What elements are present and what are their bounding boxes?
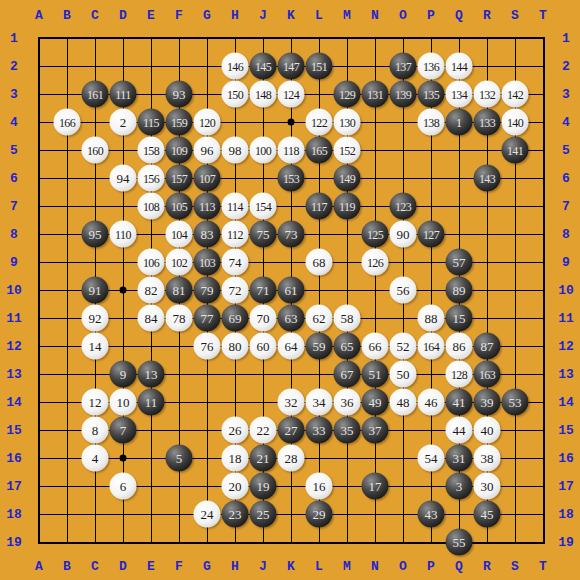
intersection-O15[interactable] bbox=[389, 416, 417, 444]
stone-black-129-M3[interactable]: 129 bbox=[334, 81, 361, 108]
stone-white-90-O8[interactable]: 90 bbox=[390, 221, 417, 248]
intersection-G9[interactable]: 103 bbox=[193, 248, 221, 276]
stone-white-134-Q3[interactable]: 134 bbox=[446, 81, 473, 108]
intersection-Q5[interactable] bbox=[445, 136, 473, 164]
intersection-F19[interactable] bbox=[165, 528, 193, 556]
stone-black-69-H11[interactable]: 69 bbox=[222, 305, 249, 332]
stone-black-21-J16[interactable]: 21 bbox=[250, 445, 277, 472]
intersection-C14[interactable]: 12 bbox=[81, 388, 109, 416]
intersection-L10[interactable] bbox=[305, 276, 333, 304]
stone-white-8-C15[interactable]: 8 bbox=[82, 417, 109, 444]
intersection-K2[interactable]: 147 bbox=[277, 52, 305, 80]
stone-white-78-F11[interactable]: 78 bbox=[166, 305, 193, 332]
stone-black-105-F7[interactable]: 105 bbox=[166, 193, 193, 220]
stone-black-61-K10[interactable]: 61 bbox=[278, 277, 305, 304]
stone-white-84-E11[interactable]: 84 bbox=[138, 305, 165, 332]
intersection-G19[interactable] bbox=[193, 528, 221, 556]
intersection-L17[interactable]: 16 bbox=[305, 472, 333, 500]
intersection-M17[interactable] bbox=[333, 472, 361, 500]
intersection-S13[interactable] bbox=[501, 360, 529, 388]
intersection-C5[interactable]: 160 bbox=[81, 136, 109, 164]
intersection-N3[interactable]: 131 bbox=[361, 80, 389, 108]
stone-black-35-M15[interactable]: 35 bbox=[334, 417, 361, 444]
intersection-B6[interactable] bbox=[53, 164, 81, 192]
intersection-R4[interactable]: 133 bbox=[473, 108, 501, 136]
intersection-H16[interactable]: 18 bbox=[221, 444, 249, 472]
stone-white-16-L17[interactable]: 16 bbox=[306, 473, 333, 500]
stone-white-34-L14[interactable]: 34 bbox=[306, 389, 333, 416]
stone-black-93-F3[interactable]: 93 bbox=[166, 81, 193, 108]
intersection-S10[interactable] bbox=[501, 276, 529, 304]
intersection-D14[interactable]: 10 bbox=[109, 388, 137, 416]
intersection-Q15[interactable]: 44 bbox=[445, 416, 473, 444]
stone-white-100-J5[interactable]: 100 bbox=[250, 137, 277, 164]
intersection-Q13[interactable]: 128 bbox=[445, 360, 473, 388]
intersection-P13[interactable] bbox=[417, 360, 445, 388]
intersection-S4[interactable]: 140 bbox=[501, 108, 529, 136]
stone-white-4-C16[interactable]: 4 bbox=[82, 445, 109, 472]
intersection-P14[interactable]: 46 bbox=[417, 388, 445, 416]
intersection-R1[interactable] bbox=[473, 24, 501, 52]
intersection-S19[interactable] bbox=[501, 528, 529, 556]
intersection-Q12[interactable]: 86 bbox=[445, 332, 473, 360]
stone-white-56-O10[interactable]: 56 bbox=[390, 277, 417, 304]
intersection-G2[interactable] bbox=[193, 52, 221, 80]
stone-white-94-D6[interactable]: 94 bbox=[110, 165, 137, 192]
intersection-M4[interactable]: 130 bbox=[333, 108, 361, 136]
intersection-S2[interactable] bbox=[501, 52, 529, 80]
intersection-Q9[interactable]: 57 bbox=[445, 248, 473, 276]
intersection-Q18[interactable] bbox=[445, 500, 473, 528]
intersection-H6[interactable] bbox=[221, 164, 249, 192]
intersection-O10[interactable]: 56 bbox=[389, 276, 417, 304]
intersection-C13[interactable] bbox=[81, 360, 109, 388]
stone-black-51-N13[interactable]: 51 bbox=[362, 361, 389, 388]
intersection-P1[interactable] bbox=[417, 24, 445, 52]
intersection-M18[interactable] bbox=[333, 500, 361, 528]
intersection-K18[interactable] bbox=[277, 500, 305, 528]
stone-white-64-K12[interactable]: 64 bbox=[278, 333, 305, 360]
stone-black-145-J2[interactable]: 145 bbox=[250, 53, 277, 80]
stone-black-9-D13[interactable]: 9 bbox=[110, 361, 137, 388]
intersection-K13[interactable] bbox=[277, 360, 305, 388]
intersection-R12[interactable]: 87 bbox=[473, 332, 501, 360]
stone-white-96-G5[interactable]: 96 bbox=[194, 137, 221, 164]
intersection-S14[interactable]: 53 bbox=[501, 388, 529, 416]
stone-black-103-G9[interactable]: 103 bbox=[194, 249, 221, 276]
intersection-K6[interactable]: 153 bbox=[277, 164, 305, 192]
stone-white-124-K3[interactable]: 124 bbox=[278, 81, 305, 108]
intersection-O2[interactable]: 137 bbox=[389, 52, 417, 80]
intersection-N2[interactable] bbox=[361, 52, 389, 80]
intersection-T2[interactable] bbox=[529, 52, 557, 80]
stone-black-11-E14[interactable]: 11 bbox=[138, 389, 165, 416]
intersection-A13[interactable] bbox=[25, 360, 53, 388]
intersection-R9[interactable] bbox=[473, 248, 501, 276]
intersection-M19[interactable] bbox=[333, 528, 361, 556]
intersection-F14[interactable] bbox=[165, 388, 193, 416]
intersection-S3[interactable]: 142 bbox=[501, 80, 529, 108]
stone-black-125-N8[interactable]: 125 bbox=[362, 221, 389, 248]
intersection-Q3[interactable]: 134 bbox=[445, 80, 473, 108]
intersection-N9[interactable]: 126 bbox=[361, 248, 389, 276]
stone-white-58-M11[interactable]: 58 bbox=[334, 305, 361, 332]
intersection-H17[interactable]: 20 bbox=[221, 472, 249, 500]
intersection-G10[interactable]: 79 bbox=[193, 276, 221, 304]
intersection-Q7[interactable] bbox=[445, 192, 473, 220]
intersection-A12[interactable] bbox=[25, 332, 53, 360]
intersection-C15[interactable]: 8 bbox=[81, 416, 109, 444]
intersection-R3[interactable]: 132 bbox=[473, 80, 501, 108]
intersection-O9[interactable] bbox=[389, 248, 417, 276]
intersection-B13[interactable] bbox=[53, 360, 81, 388]
intersection-K10[interactable]: 61 bbox=[277, 276, 305, 304]
intersection-T6[interactable] bbox=[529, 164, 557, 192]
stone-white-82-E10[interactable]: 82 bbox=[138, 277, 165, 304]
intersection-K11[interactable]: 63 bbox=[277, 304, 305, 332]
intersection-T17[interactable] bbox=[529, 472, 557, 500]
intersection-B9[interactable] bbox=[53, 248, 81, 276]
stone-black-27-K15[interactable]: 27 bbox=[278, 417, 305, 444]
intersection-G15[interactable] bbox=[193, 416, 221, 444]
stone-black-59-L12[interactable]: 59 bbox=[306, 333, 333, 360]
intersection-T10[interactable] bbox=[529, 276, 557, 304]
intersection-E4[interactable]: 115 bbox=[137, 108, 165, 136]
intersection-L7[interactable]: 117 bbox=[305, 192, 333, 220]
intersection-R13[interactable]: 163 bbox=[473, 360, 501, 388]
intersection-T5[interactable] bbox=[529, 136, 557, 164]
intersection-H1[interactable] bbox=[221, 24, 249, 52]
stone-black-141-S5[interactable]: 141 bbox=[502, 137, 529, 164]
intersection-D12[interactable] bbox=[109, 332, 137, 360]
intersection-P9[interactable] bbox=[417, 248, 445, 276]
intersection-P2[interactable]: 136 bbox=[417, 52, 445, 80]
stone-white-48-O14[interactable]: 48 bbox=[390, 389, 417, 416]
intersection-F1[interactable] bbox=[165, 24, 193, 52]
intersection-T11[interactable] bbox=[529, 304, 557, 332]
intersection-H11[interactable]: 69 bbox=[221, 304, 249, 332]
stone-black-119-M7[interactable]: 119 bbox=[334, 193, 361, 220]
intersection-N13[interactable]: 51 bbox=[361, 360, 389, 388]
intersection-M11[interactable]: 58 bbox=[333, 304, 361, 332]
intersection-H13[interactable] bbox=[221, 360, 249, 388]
intersection-T16[interactable] bbox=[529, 444, 557, 472]
intersection-S9[interactable] bbox=[501, 248, 529, 276]
stone-white-18-H16[interactable]: 18 bbox=[222, 445, 249, 472]
intersection-Q10[interactable]: 89 bbox=[445, 276, 473, 304]
intersection-S18[interactable] bbox=[501, 500, 529, 528]
intersection-C17[interactable] bbox=[81, 472, 109, 500]
intersection-O1[interactable] bbox=[389, 24, 417, 52]
stone-black-81-F10[interactable]: 81 bbox=[166, 277, 193, 304]
intersection-N15[interactable]: 37 bbox=[361, 416, 389, 444]
intersection-J11[interactable]: 70 bbox=[249, 304, 277, 332]
stone-white-32-K14[interactable]: 32 bbox=[278, 389, 305, 416]
stone-white-24-G18[interactable]: 24 bbox=[194, 501, 221, 528]
stone-white-154-J7[interactable]: 154 bbox=[250, 193, 277, 220]
intersection-R17[interactable]: 30 bbox=[473, 472, 501, 500]
intersection-F15[interactable] bbox=[165, 416, 193, 444]
intersection-L5[interactable]: 165 bbox=[305, 136, 333, 164]
stone-white-2-D4[interactable]: 2 bbox=[110, 109, 137, 136]
intersection-Q6[interactable] bbox=[445, 164, 473, 192]
intersection-T4[interactable] bbox=[529, 108, 557, 136]
intersection-N18[interactable] bbox=[361, 500, 389, 528]
intersection-A1[interactable] bbox=[25, 24, 53, 52]
intersection-K1[interactable] bbox=[277, 24, 305, 52]
intersection-N1[interactable] bbox=[361, 24, 389, 52]
stone-white-54-P16[interactable]: 54 bbox=[418, 445, 445, 472]
stone-black-109-F5[interactable]: 109 bbox=[166, 137, 193, 164]
intersection-K5[interactable]: 118 bbox=[277, 136, 305, 164]
intersection-M6[interactable]: 149 bbox=[333, 164, 361, 192]
intersection-E18[interactable] bbox=[137, 500, 165, 528]
intersection-F6[interactable]: 157 bbox=[165, 164, 193, 192]
intersection-K19[interactable] bbox=[277, 528, 305, 556]
intersection-A11[interactable] bbox=[25, 304, 53, 332]
intersection-S17[interactable] bbox=[501, 472, 529, 500]
intersection-J3[interactable]: 148 bbox=[249, 80, 277, 108]
stone-black-137-O2[interactable]: 137 bbox=[390, 53, 417, 80]
intersection-O13[interactable]: 50 bbox=[389, 360, 417, 388]
intersection-J14[interactable] bbox=[249, 388, 277, 416]
stone-white-72-H10[interactable]: 72 bbox=[222, 277, 249, 304]
intersection-P18[interactable]: 43 bbox=[417, 500, 445, 528]
intersection-C12[interactable]: 14 bbox=[81, 332, 109, 360]
intersection-T1[interactable] bbox=[529, 24, 557, 52]
intersection-B14[interactable] bbox=[53, 388, 81, 416]
intersection-G12[interactable]: 76 bbox=[193, 332, 221, 360]
stone-black-87-R12[interactable]: 87 bbox=[474, 333, 501, 360]
intersection-B8[interactable] bbox=[53, 220, 81, 248]
intersection-G18[interactable]: 24 bbox=[193, 500, 221, 528]
stone-white-30-R17[interactable]: 30 bbox=[474, 473, 501, 500]
intersection-O17[interactable] bbox=[389, 472, 417, 500]
intersection-T9[interactable] bbox=[529, 248, 557, 276]
intersection-J19[interactable] bbox=[249, 528, 277, 556]
stone-white-136-P2[interactable]: 136 bbox=[418, 53, 445, 80]
stone-white-28-K16[interactable]: 28 bbox=[278, 445, 305, 472]
intersection-O3[interactable]: 139 bbox=[389, 80, 417, 108]
intersection-F12[interactable] bbox=[165, 332, 193, 360]
intersection-H8[interactable]: 112 bbox=[221, 220, 249, 248]
intersection-K16[interactable]: 28 bbox=[277, 444, 305, 472]
intersection-L6[interactable] bbox=[305, 164, 333, 192]
stone-black-115-E4[interactable]: 115 bbox=[138, 109, 165, 136]
stone-black-161-C3[interactable]: 161 bbox=[82, 81, 109, 108]
intersection-C9[interactable] bbox=[81, 248, 109, 276]
stone-black-79-G10[interactable]: 79 bbox=[194, 277, 221, 304]
stone-black-131-N3[interactable]: 131 bbox=[362, 81, 389, 108]
stone-white-156-E6[interactable]: 156 bbox=[138, 165, 165, 192]
intersection-G13[interactable] bbox=[193, 360, 221, 388]
intersection-F11[interactable]: 78 bbox=[165, 304, 193, 332]
intersection-G7[interactable]: 113 bbox=[193, 192, 221, 220]
intersection-T7[interactable] bbox=[529, 192, 557, 220]
intersection-F5[interactable]: 109 bbox=[165, 136, 193, 164]
intersection-E17[interactable] bbox=[137, 472, 165, 500]
intersection-O18[interactable] bbox=[389, 500, 417, 528]
intersection-N8[interactable]: 125 bbox=[361, 220, 389, 248]
intersection-K9[interactable] bbox=[277, 248, 305, 276]
stone-black-157-F6[interactable]: 157 bbox=[166, 165, 193, 192]
stone-black-55-Q19[interactable]: 55 bbox=[446, 529, 473, 556]
intersection-J12[interactable]: 60 bbox=[249, 332, 277, 360]
stone-black-113-G7[interactable]: 113 bbox=[194, 193, 221, 220]
stone-white-158-E5[interactable]: 158 bbox=[138, 137, 165, 164]
intersection-H2[interactable]: 146 bbox=[221, 52, 249, 80]
intersection-P17[interactable] bbox=[417, 472, 445, 500]
intersection-E11[interactable]: 84 bbox=[137, 304, 165, 332]
intersection-S12[interactable] bbox=[501, 332, 529, 360]
intersection-M13[interactable]: 67 bbox=[333, 360, 361, 388]
intersection-E5[interactable]: 158 bbox=[137, 136, 165, 164]
stone-white-88-P11[interactable]: 88 bbox=[418, 305, 445, 332]
stone-white-74-H9[interactable]: 74 bbox=[222, 249, 249, 276]
stone-white-138-P4[interactable]: 138 bbox=[418, 109, 445, 136]
intersection-S1[interactable] bbox=[501, 24, 529, 52]
stone-black-107-G6[interactable]: 107 bbox=[194, 165, 221, 192]
intersection-A3[interactable] bbox=[25, 80, 53, 108]
intersection-O5[interactable] bbox=[389, 136, 417, 164]
stone-white-114-H7[interactable]: 114 bbox=[222, 193, 249, 220]
intersection-B11[interactable] bbox=[53, 304, 81, 332]
stone-black-29-L18[interactable]: 29 bbox=[306, 501, 333, 528]
stone-white-40-R15[interactable]: 40 bbox=[474, 417, 501, 444]
intersection-K8[interactable]: 73 bbox=[277, 220, 305, 248]
intersection-T15[interactable] bbox=[529, 416, 557, 444]
intersection-E14[interactable]: 11 bbox=[137, 388, 165, 416]
stone-white-144-Q2[interactable]: 144 bbox=[446, 53, 473, 80]
intersection-C7[interactable] bbox=[81, 192, 109, 220]
intersection-T3[interactable] bbox=[529, 80, 557, 108]
stone-black-95-C8[interactable]: 95 bbox=[82, 221, 109, 248]
intersection-C6[interactable] bbox=[81, 164, 109, 192]
intersection-O11[interactable] bbox=[389, 304, 417, 332]
stone-white-128-Q13[interactable]: 128 bbox=[446, 361, 473, 388]
intersection-L9[interactable]: 68 bbox=[305, 248, 333, 276]
intersection-J9[interactable] bbox=[249, 248, 277, 276]
intersection-H12[interactable]: 80 bbox=[221, 332, 249, 360]
stone-white-36-M14[interactable]: 36 bbox=[334, 389, 361, 416]
stone-black-143-R6[interactable]: 143 bbox=[474, 165, 501, 192]
stone-black-127-P8[interactable]: 127 bbox=[418, 221, 445, 248]
intersection-E19[interactable] bbox=[137, 528, 165, 556]
intersection-J5[interactable]: 100 bbox=[249, 136, 277, 164]
intersection-D4[interactable]: 2 bbox=[109, 108, 137, 136]
intersection-L15[interactable]: 33 bbox=[305, 416, 333, 444]
stone-black-23-H18[interactable]: 23 bbox=[222, 501, 249, 528]
stone-white-102-F9[interactable]: 102 bbox=[166, 249, 193, 276]
stone-black-67-M13[interactable]: 67 bbox=[334, 361, 361, 388]
stone-white-164-P12[interactable]: 164 bbox=[418, 333, 445, 360]
intersection-M9[interactable] bbox=[333, 248, 361, 276]
intersection-M2[interactable] bbox=[333, 52, 361, 80]
stone-white-70-J11[interactable]: 70 bbox=[250, 305, 277, 332]
intersection-K7[interactable] bbox=[277, 192, 305, 220]
intersection-S8[interactable] bbox=[501, 220, 529, 248]
intersection-S15[interactable] bbox=[501, 416, 529, 444]
intersection-R6[interactable]: 143 bbox=[473, 164, 501, 192]
stone-white-68-L9[interactable]: 68 bbox=[306, 249, 333, 276]
intersection-F8[interactable]: 104 bbox=[165, 220, 193, 248]
stone-white-52-O12[interactable]: 52 bbox=[390, 333, 417, 360]
stone-black-75-J8[interactable]: 75 bbox=[250, 221, 277, 248]
intersection-N19[interactable] bbox=[361, 528, 389, 556]
intersection-R16[interactable]: 38 bbox=[473, 444, 501, 472]
intersection-Q11[interactable]: 15 bbox=[445, 304, 473, 332]
intersection-M7[interactable]: 119 bbox=[333, 192, 361, 220]
stone-white-76-G12[interactable]: 76 bbox=[194, 333, 221, 360]
intersection-N5[interactable] bbox=[361, 136, 389, 164]
stone-black-65-M12[interactable]: 65 bbox=[334, 333, 361, 360]
intersection-T8[interactable] bbox=[529, 220, 557, 248]
intersection-B15[interactable] bbox=[53, 416, 81, 444]
stone-black-1-Q4[interactable]: 1 bbox=[446, 109, 473, 136]
intersection-S5[interactable]: 141 bbox=[501, 136, 529, 164]
stone-black-3-Q17[interactable]: 3 bbox=[446, 473, 473, 500]
intersection-A17[interactable] bbox=[25, 472, 53, 500]
intersection-C10[interactable]: 91 bbox=[81, 276, 109, 304]
intersection-L16[interactable] bbox=[305, 444, 333, 472]
intersection-D11[interactable] bbox=[109, 304, 137, 332]
intersection-D6[interactable]: 94 bbox=[109, 164, 137, 192]
intersection-A7[interactable] bbox=[25, 192, 53, 220]
intersection-E1[interactable] bbox=[137, 24, 165, 52]
intersection-N6[interactable] bbox=[361, 164, 389, 192]
intersection-N12[interactable]: 66 bbox=[361, 332, 389, 360]
intersection-L14[interactable]: 34 bbox=[305, 388, 333, 416]
intersection-J8[interactable]: 75 bbox=[249, 220, 277, 248]
intersection-J16[interactable]: 21 bbox=[249, 444, 277, 472]
stone-black-25-J18[interactable]: 25 bbox=[250, 501, 277, 528]
stone-black-5-F16[interactable]: 5 bbox=[166, 445, 193, 472]
stone-black-165-L5[interactable]: 165 bbox=[306, 137, 333, 164]
intersection-L4[interactable]: 122 bbox=[305, 108, 333, 136]
intersection-R18[interactable]: 45 bbox=[473, 500, 501, 528]
intersection-M5[interactable]: 152 bbox=[333, 136, 361, 164]
intersection-J15[interactable]: 22 bbox=[249, 416, 277, 444]
intersection-R10[interactable] bbox=[473, 276, 501, 304]
stone-black-135-P3[interactable]: 135 bbox=[418, 81, 445, 108]
stone-white-160-C5[interactable]: 160 bbox=[82, 137, 109, 164]
intersection-D5[interactable] bbox=[109, 136, 137, 164]
stone-black-39-R14[interactable]: 39 bbox=[474, 389, 501, 416]
stone-black-15-Q11[interactable]: 15 bbox=[446, 305, 473, 332]
stone-white-108-E7[interactable]: 108 bbox=[138, 193, 165, 220]
intersection-L18[interactable]: 29 bbox=[305, 500, 333, 528]
intersection-L2[interactable]: 151 bbox=[305, 52, 333, 80]
intersection-N4[interactable] bbox=[361, 108, 389, 136]
intersection-G1[interactable] bbox=[193, 24, 221, 52]
intersection-T12[interactable] bbox=[529, 332, 557, 360]
intersection-K17[interactable] bbox=[277, 472, 305, 500]
intersection-N16[interactable] bbox=[361, 444, 389, 472]
intersection-E15[interactable] bbox=[137, 416, 165, 444]
stone-white-44-Q15[interactable]: 44 bbox=[446, 417, 473, 444]
intersection-G11[interactable]: 77 bbox=[193, 304, 221, 332]
intersection-C1[interactable] bbox=[81, 24, 109, 52]
stone-white-6-D17[interactable]: 6 bbox=[110, 473, 137, 500]
intersection-G14[interactable] bbox=[193, 388, 221, 416]
intersection-H15[interactable]: 26 bbox=[221, 416, 249, 444]
intersection-C3[interactable]: 161 bbox=[81, 80, 109, 108]
intersection-H9[interactable]: 74 bbox=[221, 248, 249, 276]
stone-white-12-C14[interactable]: 12 bbox=[82, 389, 109, 416]
intersection-G17[interactable] bbox=[193, 472, 221, 500]
intersection-S16[interactable] bbox=[501, 444, 529, 472]
intersection-C11[interactable]: 92 bbox=[81, 304, 109, 332]
